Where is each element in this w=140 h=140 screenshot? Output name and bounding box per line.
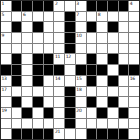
white-cell-r4c9[interactable] bbox=[87, 33, 97, 43]
white-cell-r3c5[interactable] bbox=[44, 22, 54, 32]
white-cell-r6c13[interactable] bbox=[129, 54, 139, 64]
black-cell-r13c3 bbox=[22, 129, 32, 139]
white-cell-r3c10[interactable] bbox=[97, 22, 107, 32]
black-cell-r7c1 bbox=[1, 65, 11, 75]
white-cell-r11c4[interactable] bbox=[33, 108, 43, 118]
white-cell-r4c8[interactable]: 10 bbox=[76, 33, 86, 43]
white-cell-r6c10[interactable] bbox=[97, 54, 107, 64]
black-cell-r6c11 bbox=[108, 54, 118, 64]
white-cell-r2c11[interactable] bbox=[108, 12, 118, 22]
black-cell-r8c9 bbox=[87, 76, 97, 86]
white-cell-r5c11[interactable] bbox=[108, 44, 118, 54]
clue-number-18: 18 bbox=[76, 87, 81, 92]
black-cell-r11c7 bbox=[65, 108, 75, 118]
white-cell-r7c11[interactable] bbox=[108, 65, 118, 75]
white-cell-r6c7[interactable]: 12 bbox=[65, 54, 75, 64]
clue-number-5: 5 bbox=[2, 12, 5, 17]
clue-number-9: 9 bbox=[2, 33, 5, 38]
black-cell-r1c5 bbox=[44, 1, 54, 11]
white-cell-r10c8[interactable] bbox=[76, 97, 86, 107]
white-cell-r9c6[interactable] bbox=[54, 87, 64, 97]
white-cell-r10c1[interactable] bbox=[1, 97, 11, 107]
white-cell-r4c5[interactable] bbox=[44, 33, 54, 43]
white-cell-r2c3[interactable]: 6 bbox=[22, 12, 32, 22]
white-cell-r12c10[interactable] bbox=[97, 119, 107, 129]
white-cell-r8c1[interactable]: 13 bbox=[1, 76, 11, 86]
white-cell-r5c6[interactable] bbox=[54, 44, 64, 54]
white-cell-r8c3[interactable] bbox=[22, 76, 32, 86]
white-cell-r9c10[interactable] bbox=[97, 87, 107, 97]
white-cell-r12c9[interactable] bbox=[87, 119, 97, 129]
white-cell-r3c8[interactable] bbox=[76, 22, 86, 32]
white-cell-r9c8[interactable]: 18 bbox=[76, 87, 86, 97]
clue-number-8: 8 bbox=[98, 12, 101, 17]
white-cell-r5c10[interactable] bbox=[97, 44, 107, 54]
white-cell-r12c1[interactable] bbox=[1, 119, 11, 129]
black-cell-r5c7 bbox=[65, 44, 75, 54]
white-cell-r6c6[interactable]: 11 bbox=[54, 54, 64, 64]
white-cell-r2c5[interactable] bbox=[44, 12, 54, 22]
black-cell-r1c12 bbox=[119, 1, 129, 11]
white-cell-r9c13[interactable] bbox=[129, 87, 139, 97]
crossword-grid: 123456789101112131415161718192021 bbox=[0, 0, 140, 140]
black-cell-r8c2 bbox=[12, 76, 22, 86]
white-cell-r8c6[interactable]: 14 bbox=[54, 76, 64, 86]
white-cell-r4c3[interactable] bbox=[22, 33, 32, 43]
white-cell-r9c9[interactable] bbox=[87, 87, 97, 97]
white-cell-r4c4[interactable] bbox=[33, 33, 43, 43]
white-cell-r11c6[interactable] bbox=[54, 108, 64, 118]
white-cell-r4c2[interactable] bbox=[12, 33, 22, 43]
clue-number-4: 4 bbox=[130, 1, 133, 6]
black-cell-r13c4 bbox=[33, 129, 43, 139]
black-cell-r10c9 bbox=[87, 97, 97, 107]
black-cell-r4c7 bbox=[65, 33, 75, 43]
white-cell-r6c1[interactable] bbox=[1, 54, 11, 64]
black-cell-r1c3 bbox=[22, 1, 32, 11]
clue-number-21: 21 bbox=[55, 129, 60, 134]
white-cell-r12c8[interactable] bbox=[76, 119, 86, 129]
white-cell-r5c12[interactable] bbox=[119, 44, 129, 54]
white-cell-r2c9[interactable] bbox=[87, 12, 97, 22]
black-cell-r3c11 bbox=[108, 22, 118, 32]
black-cell-r11c3 bbox=[22, 108, 32, 118]
white-cell-r1c1[interactable]: 1 bbox=[1, 1, 11, 11]
white-cell-r8c13[interactable]: 16 bbox=[129, 76, 139, 86]
white-cell-r12c4[interactable] bbox=[33, 119, 43, 129]
white-cell-r4c1[interactable]: 9 bbox=[1, 33, 11, 43]
clue-number-13: 13 bbox=[2, 76, 7, 81]
white-cell-r11c11[interactable] bbox=[108, 108, 118, 118]
white-cell-r12c5[interactable] bbox=[44, 119, 54, 129]
clue-number-11: 11 bbox=[55, 54, 60, 59]
white-cell-r6c3[interactable] bbox=[22, 54, 32, 64]
black-cell-r13c5 bbox=[44, 129, 54, 139]
white-cell-r5c5[interactable] bbox=[44, 44, 54, 54]
white-cell-r6c12[interactable] bbox=[119, 54, 129, 64]
clue-number-16: 16 bbox=[130, 76, 135, 81]
white-cell-r3c13[interactable] bbox=[129, 22, 139, 32]
black-cell-r13c9 bbox=[87, 129, 97, 139]
white-cell-r2c4[interactable] bbox=[33, 12, 43, 22]
black-cell-r1c2 bbox=[12, 1, 22, 11]
white-cell-r2c6[interactable] bbox=[54, 12, 64, 22]
white-cell-r10c13[interactable] bbox=[129, 97, 139, 107]
white-cell-r3c1[interactable] bbox=[1, 22, 11, 32]
black-cell-r1c9 bbox=[87, 1, 97, 11]
white-cell-r2c8[interactable]: 7 bbox=[76, 12, 86, 22]
white-cell-r8c10[interactable] bbox=[97, 76, 107, 86]
white-cell-r2c13[interactable] bbox=[129, 12, 139, 22]
clue-number-6: 6 bbox=[23, 12, 26, 17]
black-cell-r10c7 bbox=[65, 97, 75, 107]
white-cell-r10c5[interactable] bbox=[44, 97, 54, 107]
clue-number-10: 10 bbox=[76, 33, 81, 38]
black-cell-r1c4 bbox=[33, 1, 43, 11]
white-cell-r1c6[interactable]: 2 bbox=[54, 1, 64, 11]
white-cell-r8c12[interactable] bbox=[119, 76, 129, 86]
black-cell-r7c8 bbox=[76, 65, 86, 75]
white-cell-r5c9[interactable] bbox=[87, 44, 97, 54]
white-cell-r4c11[interactable] bbox=[108, 33, 118, 43]
black-cell-r9c7 bbox=[65, 87, 75, 97]
white-cell-r12c11[interactable] bbox=[108, 119, 118, 129]
white-cell-r13c13[interactable] bbox=[129, 129, 139, 139]
white-cell-r4c10[interactable] bbox=[97, 33, 107, 43]
white-cell-r11c9[interactable] bbox=[87, 108, 97, 118]
black-cell-r6c5 bbox=[44, 54, 54, 64]
black-cell-r13c2 bbox=[12, 129, 22, 139]
white-cell-r12c2[interactable] bbox=[12, 119, 22, 129]
black-cell-r1c11 bbox=[108, 1, 118, 11]
white-cell-r2c2[interactable] bbox=[12, 12, 22, 22]
white-cell-r1c8[interactable]: 3 bbox=[76, 1, 86, 11]
black-cell-r13c12 bbox=[119, 129, 129, 139]
white-cell-r1c13[interactable]: 4 bbox=[129, 1, 139, 11]
black-cell-r3c9 bbox=[87, 22, 97, 32]
black-cell-r7c13 bbox=[129, 65, 139, 75]
clue-number-17: 17 bbox=[2, 87, 7, 92]
white-cell-r8c5[interactable] bbox=[44, 76, 54, 86]
black-cell-r6c2 bbox=[12, 54, 22, 64]
white-cell-r11c2[interactable] bbox=[12, 108, 22, 118]
white-cell-r11c13[interactable] bbox=[129, 108, 139, 118]
clue-number-15: 15 bbox=[76, 76, 81, 81]
white-cell-r9c2[interactable] bbox=[12, 87, 22, 97]
white-cell-r13c6[interactable]: 21 bbox=[54, 129, 64, 139]
white-cell-r12c13[interactable] bbox=[129, 119, 139, 129]
clue-number-1: 1 bbox=[2, 1, 5, 6]
white-cell-r13c7[interactable] bbox=[65, 129, 75, 139]
white-cell-r5c8[interactable] bbox=[76, 44, 86, 54]
black-cell-r7c6 bbox=[54, 65, 64, 75]
black-cell-r2c7 bbox=[65, 12, 75, 22]
white-cell-r8c8[interactable]: 15 bbox=[76, 76, 86, 86]
white-cell-r8c7[interactable] bbox=[65, 76, 75, 86]
white-cell-r5c1[interactable] bbox=[1, 44, 11, 54]
black-cell-r7c4 bbox=[33, 65, 43, 75]
black-cell-r10c2 bbox=[12, 97, 22, 107]
clue-number-14: 14 bbox=[55, 76, 60, 81]
white-cell-r7c7[interactable] bbox=[65, 65, 75, 75]
black-cell-r11c10 bbox=[97, 108, 107, 118]
black-cell-r8c4 bbox=[33, 76, 43, 86]
clue-number-12: 12 bbox=[66, 54, 71, 59]
white-cell-r10c6[interactable] bbox=[54, 97, 64, 107]
white-cell-r3c12[interactable] bbox=[119, 22, 129, 32]
white-cell-r9c5[interactable] bbox=[44, 87, 54, 97]
white-cell-r7c3[interactable] bbox=[22, 65, 32, 75]
black-cell-r8c11 bbox=[108, 76, 118, 86]
black-cell-r6c9 bbox=[87, 54, 97, 64]
black-cell-r13c11 bbox=[108, 129, 118, 139]
white-cell-r9c3[interactable] bbox=[22, 87, 32, 97]
black-cell-r10c11 bbox=[108, 97, 118, 107]
black-cell-r3c7 bbox=[65, 22, 75, 32]
black-cell-r3c4 bbox=[33, 22, 43, 32]
white-cell-r13c8[interactable] bbox=[76, 129, 86, 139]
white-cell-r11c1[interactable]: 19 bbox=[1, 108, 11, 118]
black-cell-r13c10 bbox=[97, 129, 107, 139]
white-cell-r3c6[interactable] bbox=[54, 22, 64, 32]
crossword-page: 123456789101112131415161718192021 bbox=[0, 0, 140, 140]
black-cell-r1c10 bbox=[97, 1, 107, 11]
black-cell-r7c5 bbox=[44, 65, 54, 75]
white-cell-r2c1[interactable]: 5 bbox=[1, 12, 11, 22]
black-cell-r7c12 bbox=[119, 65, 129, 75]
white-cell-r5c3[interactable] bbox=[22, 44, 32, 54]
black-cell-r10c4 bbox=[33, 97, 43, 107]
black-cell-r7c9 bbox=[87, 65, 97, 75]
white-cell-r4c6[interactable] bbox=[54, 33, 64, 43]
black-cell-r11c12 bbox=[119, 108, 129, 118]
clue-number-3: 3 bbox=[76, 1, 79, 6]
black-cell-r11c5 bbox=[44, 108, 54, 118]
white-cell-r5c4[interactable] bbox=[33, 44, 43, 54]
white-cell-r12c6[interactable] bbox=[54, 119, 64, 129]
white-cell-r5c2[interactable] bbox=[12, 44, 22, 54]
clue-number-19: 19 bbox=[2, 108, 7, 113]
white-cell-r2c10[interactable]: 8 bbox=[97, 12, 107, 22]
white-cell-r5c13[interactable] bbox=[129, 44, 139, 54]
white-cell-r10c10[interactable] bbox=[97, 97, 107, 107]
white-cell-r9c12[interactable] bbox=[119, 87, 129, 97]
white-cell-r10c12[interactable] bbox=[119, 97, 129, 107]
white-cell-r12c12[interactable] bbox=[119, 119, 129, 129]
white-cell-r10c3[interactable] bbox=[22, 97, 32, 107]
white-cell-r6c8[interactable] bbox=[76, 54, 86, 64]
clue-number-7: 7 bbox=[76, 12, 79, 17]
white-cell-r9c1[interactable]: 17 bbox=[1, 87, 11, 97]
clue-number-20: 20 bbox=[76, 108, 81, 113]
black-cell-r7c2 bbox=[12, 65, 22, 75]
white-cell-r4c12[interactable] bbox=[119, 33, 129, 43]
black-cell-r6c4 bbox=[33, 54, 43, 64]
white-cell-r2c12[interactable] bbox=[119, 12, 129, 22]
white-cell-r4c13[interactable] bbox=[129, 33, 139, 43]
black-cell-r3c2 bbox=[12, 22, 22, 32]
clue-number-2: 2 bbox=[55, 1, 58, 6]
black-cell-r12c7 bbox=[65, 119, 75, 129]
white-cell-r3c3[interactable] bbox=[22, 22, 32, 32]
white-cell-r13c1[interactable] bbox=[1, 129, 11, 139]
white-cell-r11c8[interactable]: 20 bbox=[76, 108, 86, 118]
white-cell-r1c7[interactable] bbox=[65, 1, 75, 11]
white-cell-r12c3[interactable] bbox=[22, 119, 32, 129]
white-cell-r9c4[interactable] bbox=[33, 87, 43, 97]
white-cell-r9c11[interactable] bbox=[108, 87, 118, 97]
black-cell-r7c10 bbox=[97, 65, 107, 75]
